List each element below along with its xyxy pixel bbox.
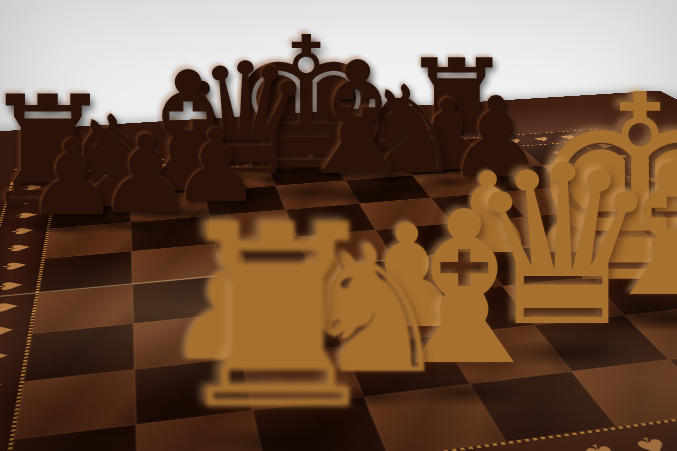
marquetry-tulip-motif-icon: ♠ [573, 438, 626, 451]
square-inlay-ornament-icon: ♠ [486, 153, 513, 163]
marquetry-tulip-motif-icon: ♠ [302, 151, 326, 159]
marquetry-tulip-motif-icon: ♠ [0, 259, 32, 272]
marquetry-tulip-motif-icon: ♠ [0, 299, 24, 315]
marquetry-tulip-motif-icon: ♠ [360, 147, 385, 155]
marquetry-tulip-motif-icon: ♠ [149, 161, 171, 170]
square-inlay-ornament-icon: ♠ [548, 149, 575, 158]
marquetry-tulip-motif-icon: ♠ [501, 137, 527, 144]
marquetry-tulip-motif-icon: ♠ [605, 153, 635, 161]
marquetry-tulip-motif-icon: ♠ [19, 183, 47, 192]
marquetry-tulip-motif-icon: ♠ [446, 141, 472, 149]
marquetry-tulip-motif-icon: ♠ [2, 242, 35, 254]
marquetry-tulip-motif-icon: ♠ [0, 322, 19, 339]
chess-board: ♠♠♠♠♠♠♠♠♠♠♠♠♠♠♠♠♠♠♠♠ ♠♠♠♠♠♠♠♠♠♠♠♠♠♠♠♠♠♠♠… [0, 91, 677, 451]
marquetry-tulip-motif-icon: ♠ [15, 196, 44, 206]
marquetry-tulip-motif-icon: ♠ [621, 164, 652, 172]
marquetry-tulip-motif-icon: ♠ [555, 133, 582, 140]
marquetry-tulip-motif-icon: ♠ [0, 348, 14, 367]
photo-stage: ♠♠♠♠♠♠♠♠♠♠♠♠♠♠♠♠♠♠♠♠ ♠♠♠♠♠♠♠♠♠♠♠♠♠♠♠♠♠♠♠… [0, 0, 677, 451]
marquetry-tulip-motif-icon: ♠ [211, 157, 234, 165]
marquetry-tulip-motif-icon: ♠ [180, 159, 203, 167]
marquetry-tulip-motif-icon: ♠ [242, 155, 265, 163]
marquetry-tulip-motif-icon: ♠ [51, 168, 75, 177]
square-inlay-ornament-icon: ♠ [600, 190, 632, 202]
marquetry-tulip-motif-icon: ♠ [528, 135, 554, 142]
marquetry-tulip-motif-icon: ♠ [418, 143, 443, 151]
marquetry-tulip-motif-icon: ♠ [389, 145, 414, 153]
marquetry-tulip-motif-icon: ♠ [7, 225, 38, 236]
marquetry-tulip-motif-icon: ♠ [638, 175, 671, 184]
marquetry-tulip-motif-icon: ♠ [0, 375, 9, 396]
square-inlay-ornament-icon: ♠ [572, 168, 601, 179]
board-squares-grid: ♠♠♠♠♠♠ [2, 142, 677, 451]
marquetry-tulip-motif-icon: ♠ [84, 166, 107, 175]
marquetry-tulip-motif-icon: ♠ [117, 164, 139, 173]
marquetry-tulip-motif-icon: ♠ [11, 210, 41, 220]
marquetry-tulip-motif-icon: ♠ [581, 131, 608, 138]
marquetry-tulip-motif-icon: ♠ [591, 142, 620, 149]
marquetry-tulip-motif-icon: ♠ [0, 279, 28, 293]
marquetry-tulip-motif-icon: ♠ [474, 139, 500, 147]
marquetry-tulip-motif-icon: ♠ [624, 431, 677, 451]
marquetry-tulip-motif-icon: ♠ [17, 170, 42, 179]
square-inlay-ornament-icon: ♠ [422, 158, 451, 168]
square-inlay-ornament-icon: ♠ [508, 173, 536, 184]
marquetry-tulip-motif-icon: ♠ [272, 153, 296, 161]
marquetry-tulip-motif-icon: ♠ [331, 149, 355, 157]
marquetry-tulip-motif-icon: ♠ [520, 445, 572, 451]
marquetry-tulip-motif-icon: ♠ [0, 406, 2, 430]
marquetry-tulip-motif-icon: ♠ [656, 188, 677, 197]
